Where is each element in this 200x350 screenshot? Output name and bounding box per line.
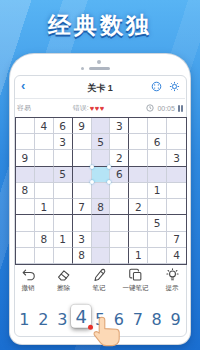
- cell-r9c3[interactable]: [54, 248, 73, 264]
- cell-r8c3[interactable]: 1: [54, 232, 73, 248]
- cell-r4c7[interactable]: [129, 167, 148, 183]
- cell-r9c1[interactable]: [16, 248, 35, 264]
- cell-r9c7[interactable]: 1: [129, 248, 148, 264]
- selection-handle: [90, 165, 94, 169]
- cell-r9c5[interactable]: [92, 248, 111, 264]
- cell-r7c6[interactable]: [110, 215, 129, 231]
- cell-r1c6[interactable]: 3: [110, 118, 129, 134]
- cell-r2c9[interactable]: [167, 134, 186, 150]
- numkey-2[interactable]: 2: [34, 303, 53, 335]
- cell-r4c1[interactable]: [16, 167, 35, 183]
- numkey-4[interactable]: 4: [72, 303, 91, 335]
- numkey-3[interactable]: 3: [53, 303, 72, 335]
- cell-r2c7[interactable]: [129, 134, 148, 150]
- app-screenshot: 经典数独 ‹ 关卡 1 容易 错误: ♥♥♥: [0, 0, 200, 350]
- phone-speaker: [89, 67, 110, 70]
- cell-r1c3[interactable]: 6: [54, 118, 73, 134]
- eraser-icon: [56, 268, 71, 282]
- cell-r7c7[interactable]: [129, 215, 148, 231]
- selection-handle: [90, 180, 94, 184]
- cell-r4c3[interactable]: 5: [54, 167, 73, 183]
- undo-icon: [21, 268, 36, 282]
- cell-r2c4[interactable]: [73, 134, 92, 150]
- mistakes-label: 错误:: [73, 103, 89, 113]
- cell-r9c9[interactable]: 4: [167, 248, 186, 264]
- cell-r5c6[interactable]: [110, 183, 129, 199]
- numkey-9[interactable]: 9: [166, 303, 185, 335]
- cell-r7c5[interactable]: [92, 215, 111, 231]
- cell-r8c1[interactable]: [16, 232, 35, 248]
- cell-r4c2[interactable]: [35, 167, 54, 183]
- cell-r6c5[interactable]: 8: [92, 199, 111, 215]
- hint-label: 提示: [166, 284, 179, 293]
- numkey-1[interactable]: 1: [15, 303, 34, 335]
- numkey-8[interactable]: 8: [147, 303, 166, 335]
- cell-r7c8[interactable]: 5: [148, 215, 167, 231]
- cell-r1c1[interactable]: [16, 118, 35, 134]
- cell-r6c1[interactable]: [16, 199, 35, 215]
- cell-r7c9[interactable]: [167, 215, 186, 231]
- cell-r9c4[interactable]: 8: [73, 248, 92, 264]
- cell-r8c4[interactable]: 3: [73, 232, 92, 248]
- pause-button[interactable]: [178, 105, 183, 112]
- lives-hearts: ♥♥♥: [90, 104, 105, 113]
- cell-r2c2[interactable]: [35, 134, 54, 150]
- bulb-icon: [165, 268, 180, 282]
- cell-r1c7[interactable]: [129, 118, 148, 134]
- cell-r5c1[interactable]: 8: [16, 183, 35, 199]
- cell-r9c8[interactable]: [148, 248, 167, 264]
- sudoku-grid: 46933569235681178258137814: [15, 117, 187, 265]
- cell-r4c4[interactable]: [73, 167, 92, 183]
- toolbar: 撤销 擦除 笔记: [16, 268, 184, 301]
- cell-r2c6[interactable]: [110, 134, 129, 150]
- settings-gear-icon[interactable]: [169, 81, 180, 92]
- cell-r8c9[interactable]: 7: [167, 232, 186, 248]
- cell-r2c1[interactable]: [16, 134, 35, 150]
- cell-r3c2[interactable]: [35, 150, 54, 166]
- cell-r6c7[interactable]: 2: [129, 199, 148, 215]
- cell-r1c8[interactable]: [148, 118, 167, 134]
- cell-r1c4[interactable]: 9: [73, 118, 92, 134]
- cell-r9c2[interactable]: [35, 248, 54, 264]
- cell-r3c1[interactable]: 9: [16, 150, 35, 166]
- cell-r7c2[interactable]: [35, 215, 54, 231]
- cell-r2c8[interactable]: 6: [148, 134, 167, 150]
- phone-sensor-dot: [81, 67, 84, 70]
- numkey-7[interactable]: 7: [128, 303, 147, 335]
- cell-r4c9[interactable]: [167, 167, 186, 183]
- cell-r3c4[interactable]: [73, 150, 92, 166]
- cell-r3c7[interactable]: [129, 150, 148, 166]
- cell-r4c8[interactable]: [148, 167, 167, 183]
- phone-camera-dot: [97, 60, 101, 64]
- app-title: 经典数独: [0, 10, 200, 41]
- erase-button[interactable]: 擦除: [52, 268, 76, 301]
- cell-r7c1[interactable]: [16, 215, 35, 231]
- pointing-hand-icon: [90, 315, 128, 350]
- erase-label: 擦除: [57, 284, 70, 293]
- clock-icon: [146, 104, 154, 113]
- cell-r5c7[interactable]: [129, 183, 148, 199]
- notes-label: 笔记: [93, 284, 106, 293]
- cell-r1c2[interactable]: 4: [35, 118, 54, 134]
- cell-r5c8[interactable]: 1: [148, 183, 167, 199]
- cell-r2c5[interactable]: 5: [92, 134, 111, 150]
- cell-r5c4[interactable]: [73, 183, 92, 199]
- theme-palette-icon[interactable]: [151, 81, 162, 92]
- cell-r9c6[interactable]: [110, 248, 129, 264]
- cell-r5c3[interactable]: [54, 183, 73, 199]
- cell-r2c3[interactable]: 3: [54, 134, 73, 150]
- cell-r6c4[interactable]: 7: [73, 199, 92, 215]
- cell-r8c8[interactable]: [148, 232, 167, 248]
- status-bar: 容易 错误: ♥♥♥ 00:05: [17, 101, 183, 115]
- cell-r5c2[interactable]: [35, 183, 54, 199]
- pencil-icon: [92, 268, 107, 282]
- undo-label: 撤销: [22, 284, 35, 293]
- cell-r8c5[interactable]: [92, 232, 111, 248]
- undo-button[interactable]: 撤销: [16, 268, 40, 301]
- numkey-4-popup[interactable]: 4: [71, 305, 91, 328]
- cell-r8c2[interactable]: 8: [35, 232, 54, 248]
- cell-r4c5[interactable]: [92, 167, 111, 183]
- cell-r6c8[interactable]: [148, 199, 167, 215]
- cell-r6c3[interactable]: [54, 199, 73, 215]
- cell-r8c7[interactable]: [129, 232, 148, 248]
- cell-r4c6[interactable]: 6: [110, 167, 129, 183]
- cell-r1c5[interactable]: [92, 118, 111, 134]
- cell-r1c9[interactable]: [167, 118, 186, 134]
- auto-notes-label: 一键笔记: [123, 284, 149, 293]
- cell-r5c9[interactable]: [167, 183, 186, 199]
- timer-value: 00:05: [157, 105, 175, 112]
- cell-r7c4[interactable]: [73, 215, 92, 231]
- cell-r5c5[interactable]: [92, 183, 111, 199]
- cell-r3c6[interactable]: 2: [110, 150, 129, 166]
- cell-r7c3[interactable]: [54, 215, 73, 231]
- cell-r3c3[interactable]: [54, 150, 73, 166]
- cell-r3c8[interactable]: [148, 150, 167, 166]
- cell-r3c9[interactable]: 3: [167, 150, 186, 166]
- difficulty-label: 容易: [17, 103, 31, 113]
- cell-r6c2[interactable]: 1: [35, 199, 54, 215]
- cell-r6c6[interactable]: [110, 199, 129, 215]
- auto-notes-icon: [128, 268, 143, 282]
- hint-button[interactable]: 提示: [160, 268, 184, 301]
- cell-r8c6[interactable]: [110, 232, 129, 248]
- cell-r6c9[interactable]: [167, 199, 186, 215]
- notes-button[interactable]: 笔记: [87, 268, 111, 301]
- auto-notes-button[interactable]: 一键笔记: [123, 268, 149, 301]
